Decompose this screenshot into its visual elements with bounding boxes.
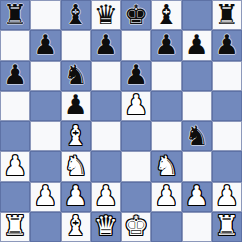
black-pawn[interactable]: ♟ [185,31,209,58]
square-d2[interactable]: ♟ [91,182,121,212]
square-b5[interactable] [30,91,60,121]
black-bishop[interactable]: ♝ [154,1,178,28]
white-pawn[interactable]: ♟ [215,182,239,209]
square-e6[interactable]: ♟ [121,61,151,91]
square-e2[interactable] [121,182,151,212]
square-c5[interactable]: ♟ [61,91,91,121]
square-c7[interactable] [61,30,91,60]
black-pawn[interactable]: ♟ [33,31,57,58]
white-knight[interactable]: ♞ [64,152,88,179]
square-e7[interactable] [121,30,151,60]
chess-board: ♜♝♛♚♝♜♟♟♟♟♟♟♞♟♟♟♝♞♟♞♞♟♟♟♟♟♟♜♝♛♚♜ [0,0,242,242]
square-f2[interactable]: ♟ [151,182,181,212]
black-pawn[interactable]: ♟ [215,31,239,58]
black-rook[interactable]: ♜ [3,1,27,28]
square-e4[interactable] [121,121,151,151]
black-rook[interactable]: ♜ [215,1,239,28]
square-f7[interactable]: ♟ [151,30,181,60]
square-g3[interactable] [182,151,212,181]
white-pawn[interactable]: ♟ [64,182,88,209]
square-b8[interactable] [30,0,60,30]
white-queen[interactable]: ♛ [94,212,118,239]
square-a1[interactable]: ♜ [0,212,30,242]
white-king[interactable]: ♚ [124,212,148,239]
white-rook[interactable]: ♜ [215,212,239,239]
square-b6[interactable] [30,61,60,91]
black-pawn[interactable]: ♟ [124,61,148,88]
square-h6[interactable] [212,61,242,91]
square-a4[interactable] [0,121,30,151]
black-bishop[interactable]: ♝ [64,1,88,28]
square-e5[interactable]: ♟ [121,91,151,121]
square-c2[interactable]: ♟ [61,182,91,212]
square-d6[interactable] [91,61,121,91]
square-e1[interactable]: ♚ [121,212,151,242]
square-c8[interactable]: ♝ [61,0,91,30]
square-b1[interactable] [30,212,60,242]
square-g4[interactable]: ♞ [182,121,212,151]
black-pawn[interactable]: ♟ [94,31,118,58]
square-d4[interactable] [91,121,121,151]
square-g5[interactable] [182,91,212,121]
square-b2[interactable]: ♟ [30,182,60,212]
square-e3[interactable] [121,151,151,181]
black-pawn[interactable]: ♟ [154,31,178,58]
square-c6[interactable]: ♞ [61,61,91,91]
white-pawn[interactable]: ♟ [185,182,209,209]
square-d8[interactable]: ♛ [91,0,121,30]
square-f1[interactable] [151,212,181,242]
square-h5[interactable] [212,91,242,121]
square-a7[interactable] [0,30,30,60]
black-queen[interactable]: ♛ [94,1,118,28]
square-c1[interactable]: ♝ [61,212,91,242]
square-h1[interactable]: ♜ [212,212,242,242]
white-bishop[interactable]: ♝ [64,122,88,149]
square-a6[interactable]: ♟ [0,61,30,91]
white-pawn[interactable]: ♟ [3,152,27,179]
square-d1[interactable]: ♛ [91,212,121,242]
square-a5[interactable] [0,91,30,121]
square-d3[interactable] [91,151,121,181]
square-g6[interactable] [182,61,212,91]
square-d7[interactable]: ♟ [91,30,121,60]
square-f5[interactable] [151,91,181,121]
white-pawn[interactable]: ♟ [124,91,148,118]
square-a2[interactable] [0,182,30,212]
square-a3[interactable]: ♟ [0,151,30,181]
square-e8[interactable]: ♚ [121,0,151,30]
white-pawn[interactable]: ♟ [94,182,118,209]
square-c4[interactable]: ♝ [61,121,91,151]
square-f4[interactable] [151,121,181,151]
white-pawn[interactable]: ♟ [154,182,178,209]
white-rook[interactable]: ♜ [3,212,27,239]
square-d5[interactable] [91,91,121,121]
square-b3[interactable] [30,151,60,181]
white-knight[interactable]: ♞ [154,152,178,179]
square-f8[interactable]: ♝ [151,0,181,30]
black-knight[interactable]: ♞ [64,61,88,88]
square-c3[interactable]: ♞ [61,151,91,181]
square-b4[interactable] [30,121,60,151]
square-g8[interactable] [182,0,212,30]
square-b7[interactable]: ♟ [30,30,60,60]
black-pawn[interactable]: ♟ [3,61,27,88]
square-h3[interactable] [212,151,242,181]
black-knight[interactable]: ♞ [185,122,209,149]
square-h4[interactable] [212,121,242,151]
square-g7[interactable]: ♟ [182,30,212,60]
white-pawn[interactable]: ♟ [33,182,57,209]
square-f3[interactable]: ♞ [151,151,181,181]
square-a8[interactable]: ♜ [0,0,30,30]
black-king[interactable]: ♚ [124,1,148,28]
square-g2[interactable]: ♟ [182,182,212,212]
white-bishop[interactable]: ♝ [64,212,88,239]
square-h7[interactable]: ♟ [212,30,242,60]
square-h2[interactable]: ♟ [212,182,242,212]
square-f6[interactable] [151,61,181,91]
square-h8[interactable]: ♜ [212,0,242,30]
black-pawn[interactable]: ♟ [64,91,88,118]
square-g1[interactable] [182,212,212,242]
